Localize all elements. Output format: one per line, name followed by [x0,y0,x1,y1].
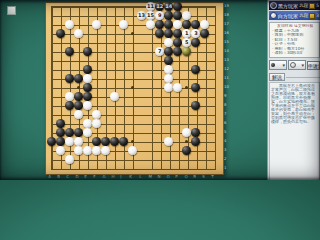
coord-number: 4 [224,138,226,143]
app-window: { "game": "go", "board": { "size": 19, "… [0,0,320,180]
stone-black [191,20,200,29]
coord-number: 3 [224,147,226,152]
coord-number: 10 [224,84,229,89]
coord-number: 14 [224,48,229,53]
chevron-down-icon: ▾ [301,61,304,69]
stone-white: 11 [146,2,155,11]
coord-number: 13 [224,57,229,62]
coord-letter: E [85,174,88,179]
coord-number: 19 [224,3,229,8]
go-board[interactable]: 111214131591357 [45,2,224,175]
coord-letter: F [94,174,96,179]
black-player-count: 5 [316,3,319,8]
stone-white: 15 [146,11,155,20]
coord-number: 1 [224,165,226,170]
coord-number: 11 [224,75,229,80]
stone-black [191,38,200,47]
stone-black [191,65,200,74]
coord-letter: M [148,174,151,179]
stone-black [155,29,164,38]
game-info-row: · 贴目：7.5目 [272,38,310,42]
coord-number: 6 [224,120,226,125]
stone-white [83,101,92,110]
stone-white [164,65,173,74]
stone-black [65,128,74,137]
coord-letter: S [202,174,205,179]
black-player-bar: 黑方玩家 九段 5 [269,1,320,10]
stone-black [182,20,191,29]
stone-white [182,11,191,20]
stone-white [164,74,173,83]
stone-white [65,155,74,164]
stone-white [146,20,155,29]
coord-letter: D [76,174,79,179]
stone-white [182,128,191,137]
coord-letter: N [157,174,160,179]
coord-letter: Q [184,174,187,179]
stone-black [56,128,65,137]
stone-white [74,29,83,38]
stone-white [56,146,65,155]
stone-black [74,128,83,137]
coord-letter: B [57,174,60,179]
stone-white [74,137,83,146]
commentary-box[interactable]: 黑棋在右上角的攻击非常严厉，白棋二路托过之后形成转换，双方各有所得。目前黑方外势… [269,82,320,180]
stone-black [155,20,164,29]
stone-black [83,65,92,74]
white-player-bar: 白方玩家 九段 3 [269,11,320,20]
stone-white [92,110,101,119]
coord-number: 7 [224,111,226,116]
stone-black [92,137,101,146]
star-point [131,86,134,89]
coord-number: 9 [224,93,226,98]
stone-black [65,74,74,83]
stone-white [65,92,74,101]
white-stone-icon [290,62,296,68]
game-info-row: · 用时：每方10分 [272,47,310,51]
stone-white [173,20,182,29]
game-info-box: 友谊对局 请文明行棋 · 棋盘：十九路· 规则：中国规则· 贴目：7.5目· 让… [269,22,320,58]
commentary-text: 黑棋在右上角的攻击非常严厉，白棋二路托过之后形成转换，双方各有所得。目前黑方外势… [271,84,318,124]
coord-letter: P [175,174,177,179]
stone-black [191,83,200,92]
coord-number: 2 [224,156,226,161]
stone-white [101,146,110,155]
stone-black [173,2,182,11]
stone-white [119,20,128,29]
clock-icon [309,13,315,19]
commentary-tab[interactable]: 解说 [269,73,285,81]
white-player-rank: 九段 [299,13,308,18]
coord-number: 12 [224,66,229,71]
stone-black [200,29,209,38]
side-panel: 黑方玩家 九段 5 白方玩家 九段 3 友谊对局 请文明行棋 · 棋盘：十九路·… [267,0,320,180]
coord-letter: G [103,174,106,179]
black-player-rank: 九段 [299,3,308,8]
coord-number: 5 [224,129,226,134]
coord-number: 18 [224,12,229,17]
coord-letter: C [66,174,69,179]
white-stone-icon [270,12,277,19]
stone-white [83,146,92,155]
stone-white [92,146,101,155]
window-logo [7,6,16,15]
game-info-title: 友谊对局 请文明行棋 [277,24,313,28]
stone-black [164,56,173,65]
stone-white: 13 [137,11,146,20]
stone-black [173,11,182,20]
stone-black [173,29,182,38]
stone-black [56,119,65,128]
chevron-down-icon: ▾ [282,61,285,69]
game-info-row: · 规则：中国规则 [272,33,310,37]
star-point [131,140,134,143]
white-player-count: 3 [316,13,319,18]
stone-black [173,38,182,47]
star-point [131,32,134,35]
stone-black [74,101,83,110]
black-player-name: 黑方玩家 [278,3,298,9]
stone-black [101,137,110,146]
game-info-rows: · 棋盘：十九路· 规则：中国规则· 贴目：7.5目· 让子：分先· 用时：每方… [272,29,318,55]
black-side-select[interactable]: ▾ [269,60,287,70]
stone-white [83,119,92,128]
stone-white [128,146,137,155]
stone-black [173,47,182,56]
stone-black [164,29,173,38]
stone-white [173,83,182,92]
stone-white [65,20,74,29]
stone-black [65,101,74,110]
coord-letter: H [112,174,115,179]
coord-letter: A [48,174,51,179]
stone-black [110,137,119,146]
coord-letter: R [193,174,196,179]
stone-black [65,47,74,56]
clock-icon [309,3,315,9]
stone-white: 1 [182,29,191,38]
tab-divider [286,77,320,78]
stone-white [200,20,209,29]
stone-white: 9 [155,11,164,20]
black-stone-icon [271,63,275,67]
stone-black [47,137,56,146]
stone-black [182,47,191,56]
star-point [77,86,80,89]
commentary-tab-row: 解说 [269,73,320,81]
stone-black [182,146,191,155]
stone-black [56,29,65,38]
white-side-select[interactable]: ▾ [288,60,306,70]
stone-black [191,128,200,137]
game-info-row: · 让子：分先 [272,42,310,46]
apply-game-button[interactable]: 申请对局 [307,61,320,70]
black-stone-icon [270,2,277,9]
stone-white [74,110,83,119]
stone-white [74,146,83,155]
stone-black [164,47,173,56]
stone-white [83,128,92,137]
stone-black: 12 [155,2,164,11]
controls-row: ▾ ▾ 申请对局 [269,60,320,70]
coord-number: 16 [224,30,229,35]
stone-white [164,83,173,92]
stone-white [92,119,101,128]
stone-black [83,92,92,101]
stone-black [83,47,92,56]
stone-black [74,92,83,101]
white-player-name: 白方玩家 [278,13,298,19]
stone-white [92,20,101,29]
star-point [185,140,188,143]
stone-black [164,11,173,20]
stone-white [65,137,74,146]
coord-number: 17 [224,21,229,26]
star-point [185,86,188,89]
coord-letter: O [166,174,169,179]
stone-black [119,137,128,146]
coord-number: 8 [224,102,226,107]
coord-number: 15 [224,39,229,44]
coord-letter: L [139,174,141,179]
stone-white: 7 [155,47,164,56]
stone-white: 3 [191,29,200,38]
stone-white [110,92,119,101]
stone-black [191,137,200,146]
stone-white: 5 [182,38,191,47]
stone-black [56,137,65,146]
game-info-row: · 读秒：30秒3次 [272,51,310,55]
stone-black [83,83,92,92]
stone-black [191,101,200,110]
stone-black: 14 [164,2,173,11]
coord-letter: T [211,174,213,179]
stone-black [164,20,173,29]
stone-black [74,74,83,83]
stone-white [83,74,92,83]
stone-white [164,137,173,146]
stone-white [164,38,173,47]
